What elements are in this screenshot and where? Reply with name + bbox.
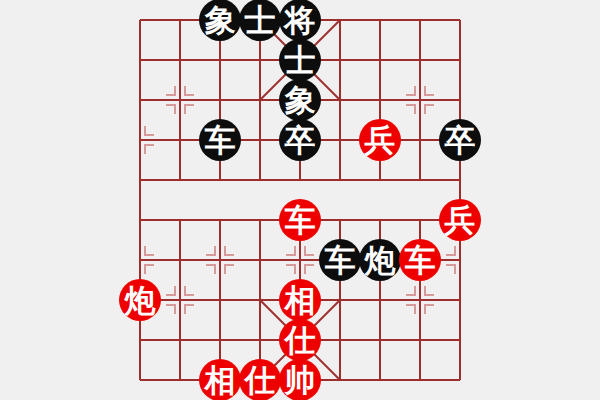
piece-black-chariot[interactable]: 车: [199, 119, 241, 161]
piece-red-elephant[interactable]: 相: [199, 359, 241, 400]
piece-red-soldier[interactable]: 兵: [359, 119, 401, 161]
xiangqi-screenshot: 象士将士象车卒兵卒车兵车炮车炮相仕相仕帅: [0, 0, 600, 400]
piece-black-advisor[interactable]: 士: [239, 0, 281, 41]
piece-red-advisor[interactable]: 仕: [279, 319, 321, 361]
piece-black-general[interactable]: 将: [279, 0, 321, 41]
piece-red-chariot[interactable]: 车: [399, 239, 441, 281]
piece-black-chariot[interactable]: 车: [319, 239, 361, 281]
piece-red-chariot[interactable]: 车: [279, 199, 321, 241]
piece-black-elephant[interactable]: 象: [199, 0, 241, 41]
piece-black-elephant[interactable]: 象: [279, 79, 321, 121]
pieces-layer: 象士将士象车卒兵卒车兵车炮车炮相仕相仕帅: [0, 0, 600, 400]
piece-black-soldier[interactable]: 卒: [439, 119, 481, 161]
piece-black-advisor[interactable]: 士: [279, 39, 321, 81]
piece-red-general[interactable]: 帅: [279, 359, 321, 400]
piece-black-cannon[interactable]: 炮: [359, 239, 401, 281]
piece-red-advisor[interactable]: 仕: [239, 359, 281, 400]
piece-red-cannon[interactable]: 炮: [119, 279, 161, 321]
piece-red-soldier[interactable]: 兵: [439, 199, 481, 241]
piece-black-soldier[interactable]: 卒: [279, 119, 321, 161]
piece-red-elephant[interactable]: 相: [279, 279, 321, 321]
